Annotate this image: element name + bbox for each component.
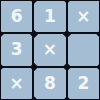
- cell-r3c3[interactable]: 2: [68, 68, 99, 99]
- cell-r2c2[interactable]: ×: [34, 34, 65, 65]
- cell-r2c1[interactable]: 3: [1, 34, 32, 65]
- cell-r3c2[interactable]: 8: [34, 68, 65, 99]
- cell-r3c1[interactable]: ×: [1, 68, 32, 99]
- cell-r1c1[interactable]: 6: [1, 1, 32, 32]
- cell-r1c2[interactable]: 1: [34, 1, 65, 32]
- puzzle-board: 6 1 × 3 × × 8 2: [0, 0, 100, 100]
- cell-r2c3[interactable]: [68, 34, 99, 65]
- cell-r1c3[interactable]: ×: [68, 1, 99, 32]
